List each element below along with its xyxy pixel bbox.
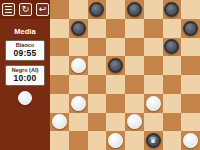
board-cell[interactable] (163, 75, 182, 94)
board-cell[interactable] (163, 113, 182, 132)
white-man[interactable] (52, 114, 67, 129)
board-cell[interactable] (125, 0, 144, 19)
board-cell[interactable] (88, 94, 107, 113)
refresh-icon: ↻ (22, 5, 30, 14)
board-cell[interactable] (144, 0, 163, 19)
board-cell[interactable] (50, 131, 69, 150)
board-cell[interactable] (163, 94, 182, 113)
board-cell[interactable] (181, 19, 200, 38)
undo-button[interactable]: ↩ (36, 3, 49, 16)
board-cell[interactable] (144, 19, 163, 38)
board-cell[interactable] (88, 0, 107, 19)
black-man[interactable] (164, 2, 179, 17)
board-cell[interactable] (125, 94, 144, 113)
board-cell[interactable] (88, 38, 107, 57)
board-cell[interactable] (69, 94, 88, 113)
turn-indicator-white-piece (18, 91, 32, 105)
board-cell[interactable] (50, 75, 69, 94)
board-cell[interactable] (163, 19, 182, 38)
menu-icon (5, 6, 12, 14)
board-cell[interactable] (144, 56, 163, 75)
board-cell[interactable] (69, 75, 88, 94)
board-cell[interactable] (106, 56, 125, 75)
board-cell[interactable] (163, 56, 182, 75)
board-cell[interactable] (69, 56, 88, 75)
difficulty-label: Media (0, 27, 50, 36)
board-cell[interactable] (144, 75, 163, 94)
white-man[interactable] (108, 133, 123, 148)
black-clock-time: 10:00 (6, 74, 44, 83)
black-man[interactable] (89, 2, 104, 17)
white-man[interactable] (127, 114, 142, 129)
white-man[interactable] (183, 133, 198, 148)
board-cell[interactable] (50, 113, 69, 132)
board-cell[interactable] (106, 75, 125, 94)
board-cell[interactable] (125, 19, 144, 38)
board-cell[interactable] (69, 131, 88, 150)
board-cell[interactable] (69, 113, 88, 132)
board-cell[interactable] (106, 0, 125, 19)
toolbar: ↻ ↩ (0, 0, 50, 19)
board-cell[interactable] (106, 131, 125, 150)
board: ♛ (50, 0, 200, 150)
white-man[interactable] (71, 58, 86, 73)
board-cell[interactable] (144, 94, 163, 113)
board-cell[interactable] (125, 113, 144, 132)
board-cell[interactable] (88, 56, 107, 75)
board-cell[interactable] (125, 131, 144, 150)
black-man[interactable] (71, 21, 86, 36)
board-cell[interactable] (106, 38, 125, 57)
board-cell[interactable] (88, 113, 107, 132)
white-clock: Blanco 09:55 (5, 40, 45, 61)
board-cell[interactable] (181, 75, 200, 94)
board-cell[interactable] (106, 19, 125, 38)
board-cell[interactable] (88, 19, 107, 38)
king-crown-icon: ♛ (150, 136, 157, 144)
board-cell[interactable] (88, 75, 107, 94)
white-man[interactable] (71, 96, 86, 111)
menu-button[interactable] (2, 3, 15, 16)
board-cell[interactable] (106, 94, 125, 113)
black-clock: Negro (AI) 10:00 (5, 65, 45, 86)
board-cell[interactable] (144, 113, 163, 132)
board-cell[interactable] (125, 38, 144, 57)
white-man[interactable] (146, 96, 161, 111)
white-clock-time: 09:55 (6, 49, 44, 58)
board-cell[interactable]: ♛ (144, 131, 163, 150)
board-cell[interactable] (163, 0, 182, 19)
board-cell[interactable] (50, 94, 69, 113)
board-cell[interactable] (106, 113, 125, 132)
turn-indicator (0, 91, 50, 105)
board-cell[interactable] (181, 56, 200, 75)
black-man[interactable] (183, 21, 198, 36)
board-cell[interactable] (144, 38, 163, 57)
board-cell[interactable] (88, 131, 107, 150)
board-cell[interactable] (181, 0, 200, 19)
black-man[interactable] (127, 2, 142, 17)
board-cell[interactable] (50, 0, 69, 19)
black-man[interactable] (108, 58, 123, 73)
board-cell[interactable] (69, 0, 88, 19)
board-cell[interactable] (181, 113, 200, 132)
board-cell[interactable] (125, 56, 144, 75)
board-cell[interactable] (163, 38, 182, 57)
board-cell[interactable] (181, 131, 200, 150)
new-game-button[interactable]: ↻ (19, 3, 32, 16)
board-cell[interactable] (50, 38, 69, 57)
black-king[interactable]: ♛ (146, 133, 161, 148)
black-man[interactable] (164, 39, 179, 54)
board-cell[interactable] (181, 94, 200, 113)
board-cell[interactable] (69, 19, 88, 38)
board-cell[interactable] (125, 75, 144, 94)
sidebar: ↻ ↩ Media Blanco 09:55 Negro (AI) 10:00 (0, 0, 50, 150)
board-cell[interactable] (181, 38, 200, 57)
board-cell[interactable] (50, 56, 69, 75)
undo-icon: ↩ (39, 5, 47, 14)
board-cell[interactable] (163, 131, 182, 150)
board-cell[interactable] (69, 38, 88, 57)
board-cell[interactable] (50, 19, 69, 38)
